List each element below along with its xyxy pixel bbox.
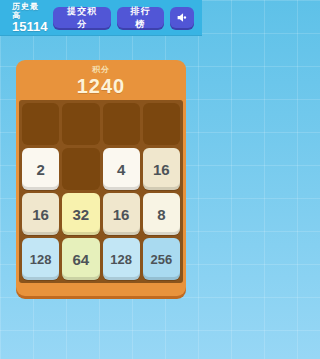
empty-cell [22, 103, 59, 145]
top-bar: 历史最高 15114 提交积分 排行榜 [0, 0, 202, 36]
score-block: 积分 1240 [16, 60, 186, 100]
tile-8: 8 [143, 193, 180, 235]
sound-toggle-button[interactable] [170, 7, 194, 28]
tile-16: 16 [22, 193, 59, 235]
score-label: 积分 [16, 64, 186, 75]
game-board: 积分 1240 2416163216812864128256 [16, 60, 186, 296]
empty-cell [62, 148, 99, 190]
board-grid[interactable]: 2416163216812864128256 [19, 100, 183, 283]
empty-cell [143, 103, 180, 145]
speaker-icon [176, 11, 189, 24]
best-score-value: 15114 [12, 20, 47, 34]
tile-128: 128 [103, 238, 140, 280]
empty-cell [62, 103, 99, 145]
submit-score-button[interactable]: 提交积分 [53, 7, 110, 28]
tile-2: 2 [22, 148, 59, 190]
tile-128: 128 [22, 238, 59, 280]
best-score-label: 历史最高 [12, 2, 47, 20]
tile-32: 32 [62, 193, 99, 235]
leaderboard-button[interactable]: 排行榜 [117, 7, 165, 28]
best-score-block: 历史最高 15114 [12, 2, 47, 34]
tile-256: 256 [143, 238, 180, 280]
tile-16: 16 [143, 148, 180, 190]
tile-4: 4 [103, 148, 140, 190]
empty-cell [103, 103, 140, 145]
tile-16: 16 [103, 193, 140, 235]
score-value: 1240 [16, 75, 186, 97]
tile-64: 64 [62, 238, 99, 280]
